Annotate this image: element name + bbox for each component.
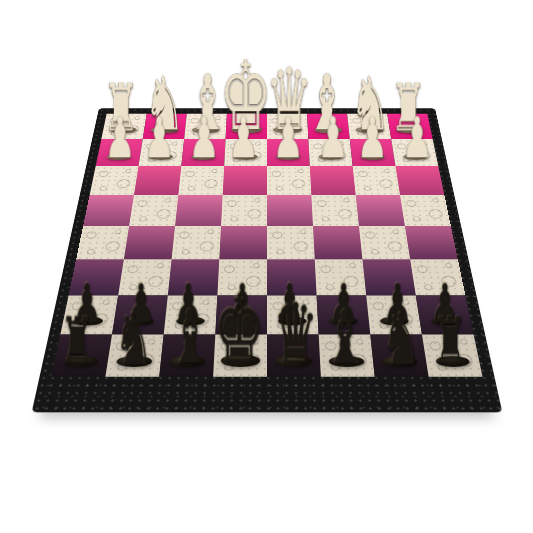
square-a4[interactable]	[400, 195, 451, 226]
square-e5[interactable]	[219, 226, 267, 259]
square-b2[interactable]: ♟	[350, 139, 396, 166]
square-b4[interactable]	[356, 195, 405, 226]
piece-black-king[interactable]: ♚	[214, 283, 265, 376]
square-f4[interactable]	[175, 195, 223, 226]
piece-white-pawn[interactable]: ♟	[189, 109, 220, 166]
square-g3[interactable]	[134, 166, 181, 195]
square-e2[interactable]: ♟	[224, 139, 267, 166]
square-d3[interactable]	[267, 166, 311, 195]
piece-black-bishop[interactable]: ♝	[325, 300, 366, 374]
square-d4[interactable]	[267, 195, 313, 226]
piece-white-pawn[interactable]: ♟	[273, 109, 304, 166]
square-b8[interactable]: ♞	[370, 334, 428, 376]
piece-black-knight[interactable]: ♞	[382, 303, 421, 374]
square-a5[interactable]	[405, 226, 458, 259]
square-f2[interactable]: ♟	[181, 139, 225, 166]
square-f8[interactable]: ♝	[159, 334, 215, 376]
square-f3[interactable]	[178, 166, 224, 195]
square-b3[interactable]	[353, 166, 400, 195]
square-h3[interactable]	[90, 166, 139, 195]
square-c3[interactable]	[310, 166, 356, 195]
square-c2[interactable]: ♟	[308, 139, 352, 166]
square-c5[interactable]	[313, 226, 362, 259]
square-a8[interactable]: ♜	[422, 334, 483, 376]
piece-white-pawn[interactable]: ♟	[228, 109, 259, 166]
board-grid: ♜♞♝♚♛♝♞♜♟♟♟♟♟♟♟♟♟♟♟♟♟♟♟♟♜♞♝♚♛♝♞♜	[52, 114, 483, 377]
piece-black-knight[interactable]: ♞	[114, 303, 153, 374]
square-d2[interactable]: ♟	[267, 139, 310, 166]
square-a2[interactable]: ♟	[391, 139, 438, 166]
chess-board-frame: ♜♞♝♚♛♝♞♜♟♟♟♟♟♟♟♟♟♟♟♟♟♟♟♟♜♞♝♚♛♝♞♜	[32, 108, 503, 412]
square-e3[interactable]	[223, 166, 267, 195]
square-a3[interactable]	[395, 166, 444, 195]
square-g5[interactable]	[124, 226, 175, 259]
square-g2[interactable]: ♟	[139, 139, 185, 166]
square-g8[interactable]: ♞	[105, 334, 163, 376]
square-c4[interactable]	[311, 195, 359, 226]
piece-black-rook[interactable]: ♜	[60, 309, 95, 373]
piece-white-pawn[interactable]: ♟	[317, 109, 348, 166]
piece-white-pawn[interactable]: ♟	[357, 109, 388, 166]
square-h8[interactable]: ♜	[52, 334, 113, 376]
square-g4[interactable]	[129, 195, 178, 226]
square-d5[interactable]	[267, 226, 315, 259]
piece-white-pawn[interactable]: ♟	[144, 109, 175, 166]
square-c8[interactable]: ♝	[319, 334, 375, 376]
square-h4[interactable]	[83, 195, 134, 226]
piece-black-queen[interactable]: ♛	[273, 293, 319, 376]
piece-white-pawn[interactable]: ♟	[104, 109, 135, 166]
piece-black-rook[interactable]: ♜	[433, 309, 468, 373]
piece-black-bishop[interactable]: ♝	[170, 300, 211, 374]
square-e4[interactable]	[221, 195, 267, 226]
square-e8[interactable]: ♚	[213, 334, 267, 376]
square-h2[interactable]: ♟	[96, 139, 143, 166]
square-f5[interactable]	[172, 226, 221, 259]
square-b5[interactable]	[359, 226, 410, 259]
square-h5[interactable]	[76, 226, 129, 259]
piece-white-pawn[interactable]: ♟	[402, 109, 433, 166]
square-d8[interactable]: ♛	[267, 334, 321, 376]
photo-background: ♜♞♝♚♛♝♞♜♟♟♟♟♟♟♟♟♟♟♟♟♟♟♟♟♜♞♝♚♛♝♞♜	[0, 0, 533, 533]
